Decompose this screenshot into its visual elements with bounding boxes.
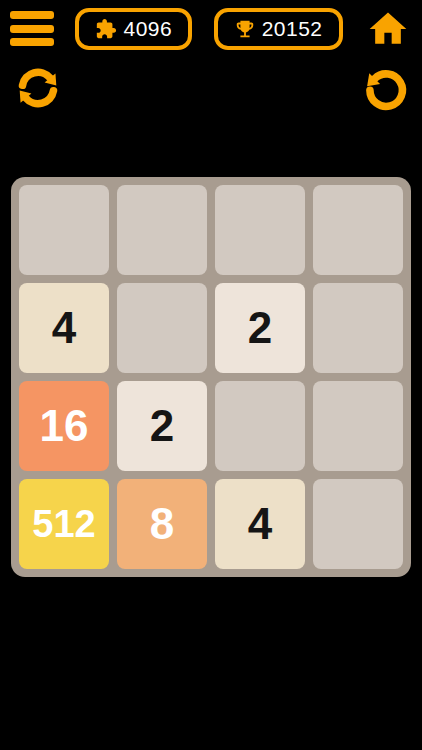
tile-2: 2 — [215, 283, 305, 373]
tile-4: 4 — [19, 283, 109, 373]
game-controls — [0, 62, 422, 114]
empty-cell — [313, 185, 403, 275]
undo-icon — [358, 62, 410, 114]
top-bar: 4096 20152 — [0, 0, 422, 50]
tile-2: 2 — [117, 381, 207, 471]
tile-512: 512 — [19, 479, 109, 569]
score-badge: 20152 — [214, 8, 343, 50]
best-tile-value: 4096 — [123, 17, 172, 41]
tile-4: 4 — [215, 479, 305, 569]
empty-cell — [313, 283, 403, 373]
home-icon — [364, 7, 412, 51]
empty-cell — [215, 185, 305, 275]
score-value: 20152 — [262, 17, 323, 41]
restart-button[interactable] — [12, 62, 64, 114]
undo-button[interactable] — [358, 62, 410, 114]
puzzle-piece-icon — [95, 18, 117, 40]
menu-button[interactable] — [10, 10, 54, 47]
tile-8: 8 — [117, 479, 207, 569]
empty-cell — [215, 381, 305, 471]
board-grid[interactable]: 4216251284 — [11, 177, 411, 577]
home-button[interactable] — [364, 7, 412, 51]
hamburger-icon — [10, 11, 54, 19]
empty-cell — [19, 185, 109, 275]
empty-cell — [313, 479, 403, 569]
empty-cell — [313, 381, 403, 471]
refresh-icon — [12, 62, 64, 114]
trophy-icon — [234, 18, 256, 40]
empty-cell — [117, 283, 207, 373]
empty-cell — [117, 185, 207, 275]
tile-16: 16 — [19, 381, 109, 471]
best-tile-badge: 4096 — [75, 8, 192, 50]
